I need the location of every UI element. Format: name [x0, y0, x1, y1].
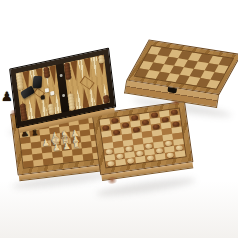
die-white: [50, 91, 54, 96]
checkers-square: [175, 150, 186, 157]
backgammon-stack: [43, 67, 51, 77]
product-photo: ♟♝♟♞♟♟♚♛♟♟♟♜: [0, 0, 238, 238]
backgammon-checker: [103, 98, 109, 104]
die-white: [45, 88, 49, 93]
backgammon-checker: [48, 109, 54, 115]
backgammon-stack: [102, 96, 109, 103]
chess-square: [23, 161, 34, 168]
chess-square: [73, 154, 84, 161]
hinge-icon: [59, 73, 62, 77]
backgammon-checker: [21, 115, 27, 121]
checker-light: [107, 161, 115, 167]
checker-light: [127, 158, 135, 164]
hinge-icon: [62, 93, 65, 97]
chess-square: [63, 156, 74, 163]
chess-box-closed: [124, 37, 226, 108]
chess-box-lid-grid: [135, 46, 233, 89]
checker-light: [147, 155, 155, 161]
chess-square: [43, 158, 54, 165]
chess-piece-black-pawn-stray: ♟: [1, 90, 13, 103]
chess-square: [83, 153, 94, 160]
backgammon-right-half: [64, 55, 110, 111]
checkers-grid: [100, 109, 186, 168]
chess-square: [53, 157, 64, 164]
die-dark: [41, 95, 45, 100]
backgammon-left-half: [16, 65, 62, 121]
lid-square: [206, 80, 220, 89]
wood-grain-accent: [105, 176, 120, 185]
checker-light: [166, 152, 174, 158]
backgammon-checker: [69, 105, 75, 111]
clasp-icon: [167, 87, 177, 93]
backgammon-stack: [47, 104, 55, 114]
dice-cup: [32, 76, 42, 88]
backgammon-stack: [97, 56, 104, 63]
